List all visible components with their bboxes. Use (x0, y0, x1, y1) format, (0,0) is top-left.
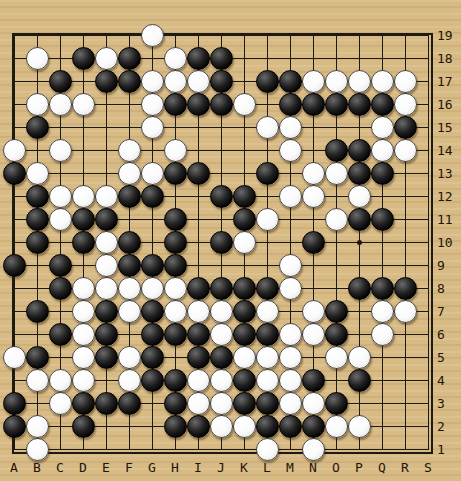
intersection-E1[interactable] (95, 438, 118, 461)
intersection-L8[interactable] (256, 277, 279, 300)
intersection-A11[interactable] (3, 208, 26, 231)
intersection-B18[interactable] (26, 47, 49, 70)
intersection-M15[interactable] (279, 116, 302, 139)
intersection-A12[interactable] (3, 185, 26, 208)
intersection-D18[interactable] (72, 47, 95, 70)
intersection-O10[interactable] (325, 231, 348, 254)
intersection-Q7[interactable] (371, 300, 394, 323)
intersection-R16[interactable] (394, 93, 417, 116)
intersection-K6[interactable] (233, 323, 256, 346)
intersection-J10[interactable] (210, 231, 233, 254)
intersection-M16[interactable] (279, 93, 302, 116)
intersection-A5[interactable] (3, 346, 26, 369)
intersection-I16[interactable] (187, 93, 210, 116)
intersection-G16[interactable] (141, 93, 164, 116)
intersection-K1[interactable] (233, 438, 256, 461)
intersection-F9[interactable] (118, 254, 141, 277)
intersection-O6[interactable] (325, 323, 348, 346)
intersection-I13[interactable] (187, 162, 210, 185)
intersection-C9[interactable] (49, 254, 72, 277)
intersection-N4[interactable] (302, 369, 325, 392)
intersection-K9[interactable] (233, 254, 256, 277)
intersection-J19[interactable] (210, 24, 233, 47)
intersection-F15[interactable] (118, 116, 141, 139)
intersection-P9[interactable] (348, 254, 371, 277)
intersection-Q18[interactable] (371, 47, 394, 70)
intersection-K2[interactable] (233, 415, 256, 438)
intersection-G5[interactable] (141, 346, 164, 369)
intersection-M14[interactable] (279, 139, 302, 162)
intersection-A13[interactable] (3, 162, 26, 185)
intersection-L15[interactable] (256, 116, 279, 139)
intersection-B19[interactable] (26, 24, 49, 47)
intersection-Q19[interactable] (371, 24, 394, 47)
intersection-O19[interactable] (325, 24, 348, 47)
intersection-M8[interactable] (279, 277, 302, 300)
intersection-B11[interactable] (26, 208, 49, 231)
intersection-J8[interactable] (210, 277, 233, 300)
intersection-R5[interactable] (394, 346, 417, 369)
intersection-N14[interactable] (302, 139, 325, 162)
intersection-A14[interactable] (3, 139, 26, 162)
intersection-R4[interactable] (394, 369, 417, 392)
intersection-N6[interactable] (302, 323, 325, 346)
intersection-J1[interactable] (210, 438, 233, 461)
intersection-D15[interactable] (72, 116, 95, 139)
intersection-N11[interactable] (302, 208, 325, 231)
intersection-C7[interactable] (49, 300, 72, 323)
intersection-M5[interactable] (279, 346, 302, 369)
intersection-I7[interactable] (187, 300, 210, 323)
intersection-M6[interactable] (279, 323, 302, 346)
intersection-H19[interactable] (164, 24, 187, 47)
intersection-L5[interactable] (256, 346, 279, 369)
intersection-C15[interactable] (49, 116, 72, 139)
intersection-E16[interactable] (95, 93, 118, 116)
intersection-L7[interactable] (256, 300, 279, 323)
intersection-R15[interactable] (394, 116, 417, 139)
intersection-C4[interactable] (49, 369, 72, 392)
intersection-H3[interactable] (164, 392, 187, 415)
intersection-J11[interactable] (210, 208, 233, 231)
intersection-H16[interactable] (164, 93, 187, 116)
intersection-F14[interactable] (118, 139, 141, 162)
intersection-Q6[interactable] (371, 323, 394, 346)
intersection-B9[interactable] (26, 254, 49, 277)
intersection-A15[interactable] (3, 116, 26, 139)
intersection-P15[interactable] (348, 116, 371, 139)
intersection-J18[interactable] (210, 47, 233, 70)
intersection-P8[interactable] (348, 277, 371, 300)
intersection-R3[interactable] (394, 392, 417, 415)
intersection-H8[interactable] (164, 277, 187, 300)
intersection-C1[interactable] (49, 438, 72, 461)
intersection-R1[interactable] (394, 438, 417, 461)
intersection-J2[interactable] (210, 415, 233, 438)
intersection-E5[interactable] (95, 346, 118, 369)
intersection-M9[interactable] (279, 254, 302, 277)
intersection-Q13[interactable] (371, 162, 394, 185)
intersection-H15[interactable] (164, 116, 187, 139)
intersection-E15[interactable] (95, 116, 118, 139)
intersection-A19[interactable] (3, 24, 26, 47)
intersection-G14[interactable] (141, 139, 164, 162)
intersection-O2[interactable] (325, 415, 348, 438)
intersection-H13[interactable] (164, 162, 187, 185)
intersection-M13[interactable] (279, 162, 302, 185)
intersection-C8[interactable] (49, 277, 72, 300)
intersection-B16[interactable] (26, 93, 49, 116)
intersection-N3[interactable] (302, 392, 325, 415)
intersection-R17[interactable] (394, 70, 417, 93)
intersection-C14[interactable] (49, 139, 72, 162)
intersection-H6[interactable] (164, 323, 187, 346)
intersection-C10[interactable] (49, 231, 72, 254)
intersection-H12[interactable] (164, 185, 187, 208)
intersection-E3[interactable] (95, 392, 118, 415)
intersection-F12[interactable] (118, 185, 141, 208)
intersection-L11[interactable] (256, 208, 279, 231)
intersection-K15[interactable] (233, 116, 256, 139)
intersection-L1[interactable] (256, 438, 279, 461)
intersection-F2[interactable] (118, 415, 141, 438)
intersection-Q2[interactable] (371, 415, 394, 438)
intersection-C12[interactable] (49, 185, 72, 208)
intersection-A4[interactable] (3, 369, 26, 392)
intersection-G11[interactable] (141, 208, 164, 231)
intersection-B15[interactable] (26, 116, 49, 139)
intersection-B7[interactable] (26, 300, 49, 323)
intersection-J6[interactable] (210, 323, 233, 346)
intersection-N2[interactable] (302, 415, 325, 438)
intersection-D13[interactable] (72, 162, 95, 185)
intersection-F11[interactable] (118, 208, 141, 231)
intersection-I18[interactable] (187, 47, 210, 70)
intersection-E4[interactable] (95, 369, 118, 392)
intersection-P11[interactable] (348, 208, 371, 231)
intersection-D1[interactable] (72, 438, 95, 461)
intersection-O18[interactable] (325, 47, 348, 70)
intersection-O1[interactable] (325, 438, 348, 461)
intersection-B2[interactable] (26, 415, 49, 438)
intersection-K7[interactable] (233, 300, 256, 323)
intersection-O3[interactable] (325, 392, 348, 415)
intersection-H4[interactable] (164, 369, 187, 392)
intersection-M17[interactable] (279, 70, 302, 93)
intersection-L14[interactable] (256, 139, 279, 162)
intersection-E18[interactable] (95, 47, 118, 70)
intersection-F16[interactable] (118, 93, 141, 116)
intersection-D2[interactable] (72, 415, 95, 438)
intersection-M3[interactable] (279, 392, 302, 415)
intersection-C3[interactable] (49, 392, 72, 415)
intersection-E14[interactable] (95, 139, 118, 162)
intersection-I12[interactable] (187, 185, 210, 208)
intersection-D12[interactable] (72, 185, 95, 208)
intersection-C17[interactable] (49, 70, 72, 93)
intersection-C18[interactable] (49, 47, 72, 70)
intersection-G17[interactable] (141, 70, 164, 93)
intersection-B13[interactable] (26, 162, 49, 185)
intersection-F19[interactable] (118, 24, 141, 47)
intersection-A10[interactable] (3, 231, 26, 254)
intersection-N15[interactable] (302, 116, 325, 139)
intersection-G8[interactable] (141, 277, 164, 300)
intersection-H5[interactable] (164, 346, 187, 369)
intersection-F4[interactable] (118, 369, 141, 392)
intersection-H10[interactable] (164, 231, 187, 254)
intersection-L19[interactable] (256, 24, 279, 47)
intersection-Q4[interactable] (371, 369, 394, 392)
intersection-F13[interactable] (118, 162, 141, 185)
intersection-R10[interactable] (394, 231, 417, 254)
intersection-D5[interactable] (72, 346, 95, 369)
intersection-F6[interactable] (118, 323, 141, 346)
intersection-B5[interactable] (26, 346, 49, 369)
intersection-O12[interactable] (325, 185, 348, 208)
intersection-B14[interactable] (26, 139, 49, 162)
intersection-K13[interactable] (233, 162, 256, 185)
intersection-E13[interactable] (95, 162, 118, 185)
intersection-O8[interactable] (325, 277, 348, 300)
intersection-L10[interactable] (256, 231, 279, 254)
intersection-D14[interactable] (72, 139, 95, 162)
intersection-C16[interactable] (49, 93, 72, 116)
intersection-A2[interactable] (3, 415, 26, 438)
intersection-R19[interactable] (394, 24, 417, 47)
intersection-D19[interactable] (72, 24, 95, 47)
intersection-G12[interactable] (141, 185, 164, 208)
intersection-C19[interactable] (49, 24, 72, 47)
intersection-A16[interactable] (3, 93, 26, 116)
intersection-P16[interactable] (348, 93, 371, 116)
intersection-Q3[interactable] (371, 392, 394, 415)
intersection-H18[interactable] (164, 47, 187, 70)
intersection-R13[interactable] (394, 162, 417, 185)
intersection-P12[interactable] (348, 185, 371, 208)
intersection-J9[interactable] (210, 254, 233, 277)
intersection-D8[interactable] (72, 277, 95, 300)
intersection-I17[interactable] (187, 70, 210, 93)
intersection-J7[interactable] (210, 300, 233, 323)
intersection-J13[interactable] (210, 162, 233, 185)
intersection-C2[interactable] (49, 415, 72, 438)
intersection-O13[interactable] (325, 162, 348, 185)
intersection-L6[interactable] (256, 323, 279, 346)
intersection-K11[interactable] (233, 208, 256, 231)
intersection-H14[interactable] (164, 139, 187, 162)
intersection-O5[interactable] (325, 346, 348, 369)
intersection-M18[interactable] (279, 47, 302, 70)
intersection-O17[interactable] (325, 70, 348, 93)
intersection-P1[interactable] (348, 438, 371, 461)
intersection-G10[interactable] (141, 231, 164, 254)
intersection-N10[interactable] (302, 231, 325, 254)
intersection-B4[interactable] (26, 369, 49, 392)
intersection-M10[interactable] (279, 231, 302, 254)
intersection-Q1[interactable] (371, 438, 394, 461)
intersection-D6[interactable] (72, 323, 95, 346)
intersection-D9[interactable] (72, 254, 95, 277)
intersection-L4[interactable] (256, 369, 279, 392)
intersection-N5[interactable] (302, 346, 325, 369)
intersection-P2[interactable] (348, 415, 371, 438)
intersection-G13[interactable] (141, 162, 164, 185)
intersection-G2[interactable] (141, 415, 164, 438)
intersection-F8[interactable] (118, 277, 141, 300)
intersection-F10[interactable] (118, 231, 141, 254)
intersection-Q11[interactable] (371, 208, 394, 231)
intersection-H9[interactable] (164, 254, 187, 277)
intersection-I11[interactable] (187, 208, 210, 231)
intersection-R8[interactable] (394, 277, 417, 300)
intersection-R7[interactable] (394, 300, 417, 323)
intersection-N19[interactable] (302, 24, 325, 47)
intersection-O4[interactable] (325, 369, 348, 392)
intersection-H2[interactable] (164, 415, 187, 438)
intersection-Q10[interactable] (371, 231, 394, 254)
intersection-J4[interactable] (210, 369, 233, 392)
intersection-M11[interactable] (279, 208, 302, 231)
intersection-R2[interactable] (394, 415, 417, 438)
intersection-J16[interactable] (210, 93, 233, 116)
intersection-L2[interactable] (256, 415, 279, 438)
intersection-K18[interactable] (233, 47, 256, 70)
intersection-J3[interactable] (210, 392, 233, 415)
intersection-N9[interactable] (302, 254, 325, 277)
intersection-P10[interactable] (348, 231, 371, 254)
intersection-J14[interactable] (210, 139, 233, 162)
intersection-E19[interactable] (95, 24, 118, 47)
intersection-F3[interactable] (118, 392, 141, 415)
intersection-G3[interactable] (141, 392, 164, 415)
intersection-E10[interactable] (95, 231, 118, 254)
intersection-L16[interactable] (256, 93, 279, 116)
intersection-I14[interactable] (187, 139, 210, 162)
intersection-H1[interactable] (164, 438, 187, 461)
intersection-I5[interactable] (187, 346, 210, 369)
intersection-I8[interactable] (187, 277, 210, 300)
intersection-K10[interactable] (233, 231, 256, 254)
intersection-R12[interactable] (394, 185, 417, 208)
intersection-O9[interactable] (325, 254, 348, 277)
intersection-P18[interactable] (348, 47, 371, 70)
intersection-P14[interactable] (348, 139, 371, 162)
intersection-P3[interactable] (348, 392, 371, 415)
intersection-G9[interactable] (141, 254, 164, 277)
intersection-H7[interactable] (164, 300, 187, 323)
intersection-D11[interactable] (72, 208, 95, 231)
intersection-F17[interactable] (118, 70, 141, 93)
intersection-J12[interactable] (210, 185, 233, 208)
intersection-P17[interactable] (348, 70, 371, 93)
intersection-B3[interactable] (26, 392, 49, 415)
intersection-G15[interactable] (141, 116, 164, 139)
intersection-Q14[interactable] (371, 139, 394, 162)
intersection-A17[interactable] (3, 70, 26, 93)
intersection-L9[interactable] (256, 254, 279, 277)
intersection-P7[interactable] (348, 300, 371, 323)
intersection-I4[interactable] (187, 369, 210, 392)
intersection-K4[interactable] (233, 369, 256, 392)
intersection-P5[interactable] (348, 346, 371, 369)
intersection-K17[interactable] (233, 70, 256, 93)
intersection-N8[interactable] (302, 277, 325, 300)
intersection-C11[interactable] (49, 208, 72, 231)
intersection-D4[interactable] (72, 369, 95, 392)
intersection-C5[interactable] (49, 346, 72, 369)
intersection-I10[interactable] (187, 231, 210, 254)
intersection-I2[interactable] (187, 415, 210, 438)
intersection-K8[interactable] (233, 277, 256, 300)
intersection-B10[interactable] (26, 231, 49, 254)
intersection-Q8[interactable] (371, 277, 394, 300)
intersection-P13[interactable] (348, 162, 371, 185)
intersection-L18[interactable] (256, 47, 279, 70)
intersection-A6[interactable] (3, 323, 26, 346)
intersection-J5[interactable] (210, 346, 233, 369)
intersection-N13[interactable] (302, 162, 325, 185)
intersection-J15[interactable] (210, 116, 233, 139)
intersection-M2[interactable] (279, 415, 302, 438)
intersection-P6[interactable] (348, 323, 371, 346)
intersection-E2[interactable] (95, 415, 118, 438)
intersection-F18[interactable] (118, 47, 141, 70)
intersection-A7[interactable] (3, 300, 26, 323)
intersection-R18[interactable] (394, 47, 417, 70)
intersection-D7[interactable] (72, 300, 95, 323)
intersection-K12[interactable] (233, 185, 256, 208)
intersection-C6[interactable] (49, 323, 72, 346)
intersection-F1[interactable] (118, 438, 141, 461)
intersection-E17[interactable] (95, 70, 118, 93)
intersection-A8[interactable] (3, 277, 26, 300)
intersection-D16[interactable] (72, 93, 95, 116)
intersection-H17[interactable] (164, 70, 187, 93)
intersection-L12[interactable] (256, 185, 279, 208)
intersection-B12[interactable] (26, 185, 49, 208)
intersection-B8[interactable] (26, 277, 49, 300)
intersection-A1[interactable] (3, 438, 26, 461)
intersection-M12[interactable] (279, 185, 302, 208)
intersection-Q12[interactable] (371, 185, 394, 208)
intersection-A9[interactable] (3, 254, 26, 277)
intersection-K5[interactable] (233, 346, 256, 369)
intersection-N7[interactable] (302, 300, 325, 323)
intersection-K16[interactable] (233, 93, 256, 116)
intersection-Q17[interactable] (371, 70, 394, 93)
intersection-I3[interactable] (187, 392, 210, 415)
intersection-O14[interactable] (325, 139, 348, 162)
intersection-D10[interactable] (72, 231, 95, 254)
intersection-P4[interactable] (348, 369, 371, 392)
intersection-N12[interactable] (302, 185, 325, 208)
intersection-E9[interactable] (95, 254, 118, 277)
intersection-O16[interactable] (325, 93, 348, 116)
intersection-E7[interactable] (95, 300, 118, 323)
intersection-O15[interactable] (325, 116, 348, 139)
intersection-G19[interactable] (141, 24, 164, 47)
intersection-J17[interactable] (210, 70, 233, 93)
intersection-P19[interactable] (348, 24, 371, 47)
intersection-O11[interactable] (325, 208, 348, 231)
intersection-E11[interactable] (95, 208, 118, 231)
intersection-N1[interactable] (302, 438, 325, 461)
intersection-K14[interactable] (233, 139, 256, 162)
intersection-B1[interactable] (26, 438, 49, 461)
intersection-R14[interactable] (394, 139, 417, 162)
intersection-I1[interactable] (187, 438, 210, 461)
